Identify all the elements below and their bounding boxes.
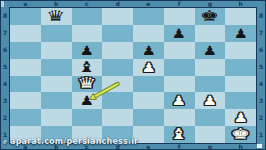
square-d3[interactable] — [102, 92, 133, 109]
square-c2[interactable] — [72, 109, 103, 126]
square-d4[interactable] — [102, 76, 133, 93]
black-pawn-c6: ♟ — [80, 44, 95, 57]
file-label-bottom-f: f — [164, 143, 195, 150]
white-pawn-f3: ♟ — [172, 94, 187, 107]
square-d6[interactable] — [102, 42, 133, 59]
square-c5[interactable]: ♝ — [72, 59, 103, 76]
square-a3[interactable] — [10, 92, 41, 109]
rank-label-right-5: 5 — [256, 59, 266, 76]
black-pawn-c3: ♟ — [80, 94, 95, 107]
square-c4[interactable]: ♛ — [72, 76, 103, 93]
black-king-g8: ♚ — [200, 9, 220, 24]
black-pawn-g6: ♟ — [203, 44, 218, 57]
watermark-text: aparat.com/persianchess.ir — [10, 137, 138, 146]
square-g8[interactable]: ♚ — [195, 8, 226, 25]
white-king-h1: ♚ — [231, 127, 251, 142]
square-c6[interactable]: ♟ — [72, 42, 103, 59]
file-label-top-a: a — [10, 0, 41, 8]
file-label-top-f: f — [164, 0, 195, 8]
square-f2[interactable] — [164, 109, 195, 126]
rank-label-right-7: 7 — [256, 25, 266, 42]
rank-label-left-4: 4 — [0, 76, 10, 93]
rank-label-right-4: 4 — [256, 76, 266, 93]
file-label-bottom-h: h — [225, 143, 256, 150]
square-a7[interactable] — [10, 25, 41, 42]
square-e5[interactable]: ♟ — [133, 59, 164, 76]
square-b4[interactable] — [41, 76, 72, 93]
chess-thumbnail: abcdefgh abcdefgh 87654321 87654321 ♛♚♟♟… — [0, 0, 266, 150]
file-label-bottom-g: g — [195, 143, 226, 150]
rank-label-right-8: 8 — [256, 8, 266, 25]
square-f3[interactable]: ♟ — [164, 92, 195, 109]
rank-label-left-5: 5 — [0, 59, 10, 76]
rank-label-right-3: 3 — [256, 92, 266, 109]
square-c8[interactable] — [72, 8, 103, 25]
border-artifact — [1, 1, 4, 7]
watermark: ∞ aparat.com/persianchess.ir — [2, 137, 138, 146]
white-queen-c4: ♛ — [77, 76, 97, 91]
black-pawn-h7: ♟ — [233, 27, 248, 40]
square-g2[interactable] — [195, 109, 226, 126]
white-pawn-g3: ♟ — [203, 94, 218, 107]
square-a4[interactable] — [10, 76, 41, 93]
square-e7[interactable] — [133, 25, 164, 42]
square-h4[interactable] — [225, 76, 256, 93]
rank-label-right-2: 2 — [256, 109, 266, 126]
square-e8[interactable] — [133, 8, 164, 25]
rank-label-right-1: 1 — [256, 126, 266, 143]
square-f6[interactable] — [164, 42, 195, 59]
file-label-top-e: e — [133, 0, 164, 8]
square-a6[interactable] — [10, 42, 41, 59]
square-d5[interactable] — [102, 59, 133, 76]
bottom-right-mark — [257, 144, 262, 148]
square-e6[interactable]: ♟ — [133, 42, 164, 59]
file-label-top-h: h — [225, 0, 256, 8]
black-queen-b8: ♛ — [46, 9, 66, 24]
square-b8[interactable]: ♛ — [41, 8, 72, 25]
rank-labels-left: 87654321 — [0, 8, 10, 143]
square-h1[interactable]: ♚ — [225, 126, 256, 143]
white-pawn-h2: ♟ — [233, 111, 248, 124]
square-f8[interactable] — [164, 8, 195, 25]
square-b3[interactable] — [41, 92, 72, 109]
square-e3[interactable] — [133, 92, 164, 109]
square-g5[interactable] — [195, 59, 226, 76]
square-c7[interactable] — [72, 25, 103, 42]
black-pawn-e6: ♟ — [141, 44, 156, 57]
square-b2[interactable] — [41, 109, 72, 126]
white-bishop-f1: ♝ — [169, 127, 189, 142]
square-g7[interactable] — [195, 25, 226, 42]
square-b5[interactable] — [41, 59, 72, 76]
rank-label-left-7: 7 — [0, 25, 10, 42]
square-h3[interactable] — [225, 92, 256, 109]
black-bishop-c5: ♝ — [77, 60, 97, 75]
link-icon: ∞ — [0, 137, 10, 147]
rank-label-left-8: 8 — [0, 8, 10, 25]
square-h5[interactable] — [225, 59, 256, 76]
square-f1[interactable]: ♝ — [164, 126, 195, 143]
square-a2[interactable] — [10, 109, 41, 126]
square-a8[interactable] — [10, 8, 41, 25]
square-f7[interactable]: ♟ — [164, 25, 195, 42]
square-h6[interactable] — [225, 42, 256, 59]
white-pawn-e5: ♟ — [141, 61, 156, 74]
file-label-top-c: c — [72, 0, 103, 8]
square-h8[interactable] — [225, 8, 256, 25]
square-e2[interactable] — [133, 109, 164, 126]
square-d8[interactable] — [102, 8, 133, 25]
rank-label-left-3: 3 — [0, 92, 10, 109]
square-e4[interactable] — [133, 76, 164, 93]
square-d7[interactable] — [102, 25, 133, 42]
file-label-top-d: d — [102, 0, 133, 8]
square-g4[interactable] — [195, 76, 226, 93]
rank-label-left-2: 2 — [0, 109, 10, 126]
square-h7[interactable]: ♟ — [225, 25, 256, 42]
square-g6[interactable]: ♟ — [195, 42, 226, 59]
square-f5[interactable] — [164, 59, 195, 76]
rank-label-left-6: 6 — [0, 42, 10, 59]
square-d2[interactable] — [102, 109, 133, 126]
black-pawn-f7: ♟ — [172, 27, 187, 40]
square-g3[interactable]: ♟ — [195, 92, 226, 109]
chess-board: ♛♚♟♟♟♟♟♝♟♛♟♟♟♟♝♚ — [10, 8, 256, 143]
square-b6[interactable] — [41, 42, 72, 59]
square-c3[interactable]: ♟ — [72, 92, 103, 109]
square-g1[interactable] — [195, 126, 226, 143]
square-f4[interactable] — [164, 76, 195, 93]
square-b7[interactable] — [41, 25, 72, 42]
square-a5[interactable] — [10, 59, 41, 76]
square-h2[interactable]: ♟ — [225, 109, 256, 126]
rank-labels-right: 87654321 — [256, 8, 266, 143]
rank-label-right-6: 6 — [256, 42, 266, 59]
